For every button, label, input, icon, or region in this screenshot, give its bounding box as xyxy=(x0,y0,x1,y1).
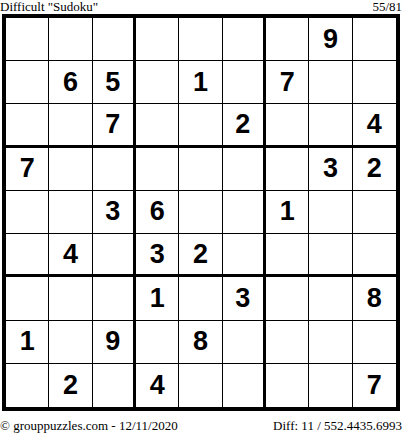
cell-r8c3[interactable]: 9 xyxy=(93,321,136,364)
copyright-text: © grouppuzzles.com - 12/11/2020 xyxy=(0,418,178,434)
cell-r5c5[interactable] xyxy=(179,191,222,234)
cell-r5c4[interactable]: 6 xyxy=(136,191,179,234)
cell-r7c7[interactable] xyxy=(266,277,309,320)
cell-r8c2[interactable] xyxy=(49,321,92,364)
cell-r8c5[interactable]: 8 xyxy=(179,321,222,364)
cell-r4c6[interactable] xyxy=(223,148,266,191)
progress-counter: 55/81 xyxy=(372,0,402,14)
cell-r4c8[interactable]: 3 xyxy=(309,148,352,191)
cell-r3c2[interactable] xyxy=(49,104,92,147)
cell-r4c5[interactable] xyxy=(179,148,222,191)
cell-r8c1[interactable]: 1 xyxy=(6,321,49,364)
footer: © grouppuzzles.com - 12/11/2020 Diff: 11… xyxy=(0,418,402,434)
cell-r6c7[interactable] xyxy=(266,234,309,277)
cell-r9c6[interactable] xyxy=(223,364,266,407)
cell-r4c4[interactable] xyxy=(136,148,179,191)
cell-r8c7[interactable] xyxy=(266,321,309,364)
cell-r7c2[interactable] xyxy=(49,277,92,320)
cell-r1c4[interactable] xyxy=(136,18,179,61)
cell-r7c9[interactable]: 8 xyxy=(353,277,396,320)
page-title: Difficult "Sudoku" xyxy=(0,0,98,14)
cell-r2c6[interactable] xyxy=(223,61,266,104)
cell-r2c3[interactable]: 5 xyxy=(93,61,136,104)
cell-r1c7[interactable] xyxy=(266,18,309,61)
cell-r8c9[interactable] xyxy=(353,321,396,364)
cell-r9c1[interactable] xyxy=(6,364,49,407)
cell-r9c3[interactable] xyxy=(93,364,136,407)
cell-r3c8[interactable] xyxy=(309,104,352,147)
cell-r5c6[interactable] xyxy=(223,191,266,234)
cell-r9c4[interactable]: 4 xyxy=(136,364,179,407)
difficulty-rating: Diff: 11 / 552.4435.6993 xyxy=(273,418,402,434)
cell-r3c7[interactable] xyxy=(266,104,309,147)
header: Difficult "Sudoku" 55/81 xyxy=(0,0,402,14)
cell-r5c1[interactable] xyxy=(6,191,49,234)
cell-r2c1[interactable] xyxy=(6,61,49,104)
cell-r9c2[interactable]: 2 xyxy=(49,364,92,407)
cell-r7c5[interactable] xyxy=(179,277,222,320)
cell-r3c5[interactable] xyxy=(179,104,222,147)
cell-r5c8[interactable] xyxy=(309,191,352,234)
cell-r6c8[interactable] xyxy=(309,234,352,277)
cell-r3c3[interactable]: 7 xyxy=(93,104,136,147)
cell-r5c7[interactable]: 1 xyxy=(266,191,309,234)
cell-r2c5[interactable]: 1 xyxy=(179,61,222,104)
cell-r4c1[interactable]: 7 xyxy=(6,148,49,191)
cell-r8c4[interactable] xyxy=(136,321,179,364)
cell-r7c6[interactable]: 3 xyxy=(223,277,266,320)
cell-r5c9[interactable] xyxy=(353,191,396,234)
cell-r7c3[interactable] xyxy=(93,277,136,320)
cell-r2c7[interactable]: 7 xyxy=(266,61,309,104)
cell-r3c6[interactable]: 2 xyxy=(223,104,266,147)
cell-r7c1[interactable] xyxy=(6,277,49,320)
cell-r2c8[interactable] xyxy=(309,61,352,104)
cell-r1c2[interactable] xyxy=(49,18,92,61)
cell-r6c2[interactable]: 4 xyxy=(49,234,92,277)
cell-r3c4[interactable] xyxy=(136,104,179,147)
cell-r2c4[interactable] xyxy=(136,61,179,104)
cell-r6c1[interactable] xyxy=(6,234,49,277)
cell-r3c1[interactable] xyxy=(6,104,49,147)
cell-r2c9[interactable] xyxy=(353,61,396,104)
sudoku-grid: 96517724732361432138198247 xyxy=(2,14,400,411)
cell-r5c3[interactable]: 3 xyxy=(93,191,136,234)
cell-r6c5[interactable]: 2 xyxy=(179,234,222,277)
cell-r4c9[interactable]: 2 xyxy=(353,148,396,191)
cell-r9c8[interactable] xyxy=(309,364,352,407)
cell-r3c9[interactable]: 4 xyxy=(353,104,396,147)
cell-r1c1[interactable] xyxy=(6,18,49,61)
cell-r6c4[interactable]: 3 xyxy=(136,234,179,277)
cell-r1c5[interactable] xyxy=(179,18,222,61)
cell-r9c7[interactable] xyxy=(266,364,309,407)
cell-r1c9[interactable] xyxy=(353,18,396,61)
cell-r2c2[interactable]: 6 xyxy=(49,61,92,104)
cell-r6c6[interactable] xyxy=(223,234,266,277)
cell-r9c9[interactable]: 7 xyxy=(353,364,396,407)
cell-r1c8[interactable]: 9 xyxy=(309,18,352,61)
cell-r6c9[interactable] xyxy=(353,234,396,277)
cell-r1c6[interactable] xyxy=(223,18,266,61)
cell-r6c3[interactable] xyxy=(93,234,136,277)
cell-r7c4[interactable]: 1 xyxy=(136,277,179,320)
cell-r8c8[interactable] xyxy=(309,321,352,364)
cell-r8c6[interactable] xyxy=(223,321,266,364)
cell-r1c3[interactable] xyxy=(93,18,136,61)
cell-r9c5[interactable] xyxy=(179,364,222,407)
cell-r4c2[interactable] xyxy=(49,148,92,191)
cell-r4c7[interactable] xyxy=(266,148,309,191)
cell-r7c8[interactable] xyxy=(309,277,352,320)
cell-r4c3[interactable] xyxy=(93,148,136,191)
cell-r5c2[interactable] xyxy=(49,191,92,234)
